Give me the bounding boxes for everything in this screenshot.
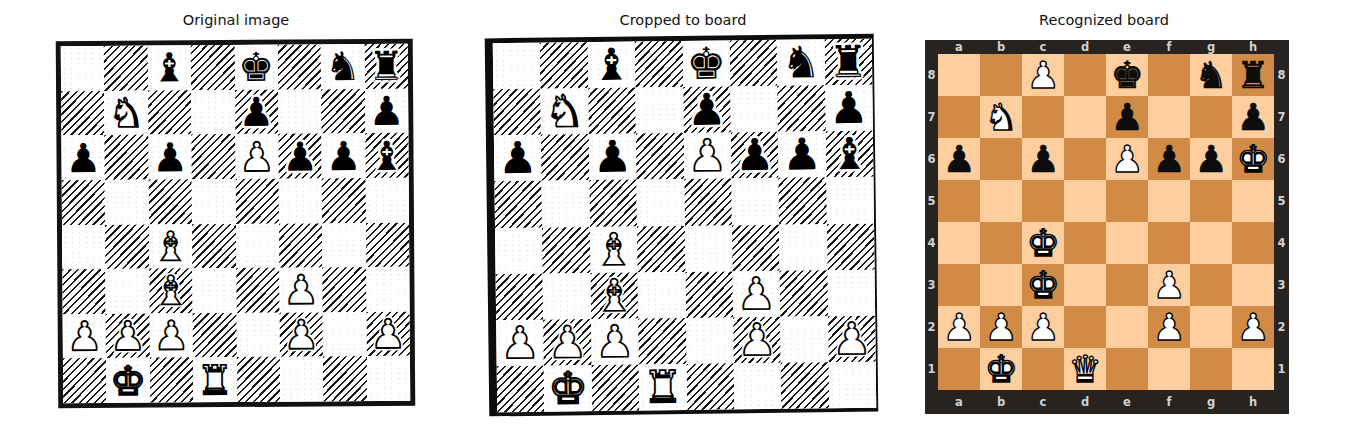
square-f5 — [279, 178, 323, 223]
square-f2: ♟ — [733, 317, 781, 364]
square-d2 — [193, 313, 237, 358]
file-label-h: h — [1232, 390, 1274, 414]
square-g3 — [780, 270, 828, 317]
square-g7 — [1190, 96, 1232, 138]
square-a3 — [938, 264, 980, 306]
square-b2: ♟ — [980, 306, 1022, 348]
square-a2: ♟ — [938, 306, 980, 348]
square-a6: ♟ — [61, 135, 105, 180]
square-h6: ♚ — [1232, 138, 1274, 180]
square-d1: ♜ — [639, 364, 687, 411]
white-rook-d1: ♜ — [197, 360, 233, 400]
square-h5 — [365, 178, 409, 223]
black-knight-g8: ♞ — [325, 46, 361, 86]
square-b4 — [980, 222, 1022, 264]
square-a1 — [63, 358, 107, 403]
square-g3 — [323, 267, 367, 312]
rank-label-5: 5 — [925, 180, 938, 222]
square-h2: ♟ — [1232, 306, 1274, 348]
file-label-a: a — [938, 390, 980, 414]
rank-label-1: 1 — [1274, 348, 1289, 390]
square-d5 — [637, 179, 685, 226]
square-e4 — [685, 225, 733, 272]
black-bishop-c8: ♝ — [151, 48, 187, 88]
square-d5 — [192, 179, 236, 224]
square-f6: ♟ — [278, 134, 322, 179]
square-f5 — [731, 178, 779, 225]
square-g2 — [1190, 306, 1232, 348]
square-a2: ♟ — [63, 314, 107, 359]
black-king-e8: ♚ — [686, 42, 726, 86]
figure-canvas: Original image Cropped to board Recogniz… — [0, 0, 1350, 440]
square-c3: ♝ — [590, 272, 638, 319]
square-a8 — [938, 54, 980, 96]
white-king-b1: ♚ — [548, 366, 588, 410]
square-b5 — [980, 180, 1022, 222]
white-pawn-a2: ♟ — [66, 316, 102, 356]
square-f5 — [1148, 180, 1190, 222]
square-a2: ♟ — [496, 319, 544, 366]
square-b7: ♞ — [541, 88, 589, 135]
white-pawn-c2: ♟ — [595, 319, 635, 363]
square-f8 — [1148, 54, 1190, 96]
square-h3 — [366, 267, 410, 312]
square-d6 — [636, 133, 684, 180]
square-c4: ♚ — [1022, 222, 1064, 264]
black-pawn-c6: ♟ — [593, 135, 633, 179]
cropped-scan-board: ♝♚♞♜♞♟♟♟♟♟♟♟♝♝♝♟♟♟♟♟♟♚♜ — [485, 34, 879, 417]
square-g4 — [322, 223, 366, 268]
square-g5 — [322, 178, 366, 223]
panel-title-recognized: Recognized board — [1039, 12, 1169, 28]
square-h7: ♟ — [365, 88, 409, 133]
black-bishop-c8: ♝ — [591, 43, 631, 87]
square-a8 — [61, 46, 105, 91]
square-f3: ♟ — [1148, 264, 1190, 306]
square-g8: ♞ — [777, 39, 825, 86]
square-f1 — [734, 363, 782, 410]
square-e3 — [236, 268, 280, 313]
white-pawn-e6: ♟ — [239, 136, 275, 176]
black-rook-h8: ♜ — [1236, 57, 1269, 94]
square-e7: ♟ — [1106, 96, 1148, 138]
black-pawn-a6: ♟ — [65, 137, 101, 177]
rank-label-4: 4 — [1274, 222, 1289, 264]
square-e6: ♟ — [235, 134, 279, 179]
square-e8: ♚ — [682, 40, 730, 87]
square-h1 — [1232, 348, 1274, 390]
square-h1 — [828, 362, 876, 409]
square-f1 — [1148, 348, 1190, 390]
square-h6: ♝ — [365, 133, 409, 178]
square-b6 — [105, 135, 149, 180]
black-pawn-g6: ♟ — [782, 133, 822, 177]
rank-label-2: 2 — [925, 306, 938, 348]
square-h3 — [1232, 264, 1274, 306]
square-f3: ♟ — [732, 270, 780, 317]
square-d3 — [192, 268, 236, 313]
square-f6: ♟ — [1148, 138, 1190, 180]
white-rook-d1: ♜ — [643, 365, 683, 409]
square-h1 — [367, 356, 411, 401]
square-c2: ♟ — [1022, 306, 1064, 348]
square-g8: ♞ — [321, 44, 365, 89]
square-e5 — [1106, 180, 1148, 222]
square-c5 — [589, 180, 637, 227]
rank-label-7: 7 — [925, 96, 938, 138]
square-b8 — [540, 42, 588, 89]
square-f4 — [1148, 222, 1190, 264]
square-c1 — [1022, 348, 1064, 390]
black-knight-g8: ♞ — [781, 40, 821, 84]
square-a1 — [938, 348, 980, 390]
square-d7 — [1064, 96, 1106, 138]
square-d4 — [192, 224, 236, 269]
black-knight-g8: ♞ — [1194, 57, 1227, 94]
square-a5 — [938, 180, 980, 222]
square-f6: ♟ — [731, 132, 779, 179]
square-g3 — [1190, 264, 1232, 306]
black-bishop-h6: ♝ — [829, 132, 869, 176]
panel-title-original: Original image — [183, 12, 290, 28]
square-g6: ♟ — [1190, 138, 1232, 180]
square-h8: ♜ — [364, 44, 408, 89]
square-d2 — [1064, 306, 1106, 348]
square-e6: ♟ — [683, 133, 731, 180]
square-e1 — [686, 363, 734, 410]
square-c2: ♟ — [591, 318, 639, 365]
white-bishop-c3: ♝ — [594, 273, 634, 317]
square-d1: ♜ — [193, 357, 237, 402]
square-h8: ♜ — [1232, 54, 1274, 96]
file-label-h: h — [1232, 40, 1274, 54]
square-g8: ♞ — [1190, 54, 1232, 96]
square-a4 — [495, 227, 543, 274]
black-pawn-a6: ♟ — [498, 136, 538, 180]
square-g5 — [779, 178, 827, 225]
white-pawn-b2: ♟ — [110, 316, 146, 356]
square-a7 — [938, 96, 980, 138]
rank-label-6: 6 — [925, 138, 938, 180]
square-b6 — [980, 138, 1022, 180]
square-d8 — [635, 41, 683, 88]
square-d4 — [1064, 222, 1106, 264]
file-label-c: c — [1022, 40, 1064, 54]
white-pawn-b2: ♟ — [984, 309, 1017, 346]
white-pawn-e6: ♟ — [1110, 141, 1143, 178]
black-rook-h8: ♜ — [828, 40, 868, 84]
square-d3 — [1064, 264, 1106, 306]
square-g1 — [1190, 348, 1232, 390]
white-pawn-f2: ♟ — [737, 318, 777, 362]
square-f7 — [730, 86, 778, 133]
square-b4 — [105, 224, 149, 269]
square-d4 — [637, 225, 685, 272]
file-label-c: c — [1022, 390, 1064, 414]
panel-title-cropped: Cropped to board — [620, 12, 747, 28]
square-b3 — [543, 273, 591, 320]
black-pawn-f6: ♟ — [282, 136, 318, 176]
square-e5 — [235, 179, 279, 224]
square-h4 — [827, 223, 875, 270]
black-pawn-h7: ♟ — [1236, 99, 1269, 136]
rank-label-4: 4 — [925, 222, 938, 264]
square-d8 — [1064, 54, 1106, 96]
square-e6: ♟ — [1106, 138, 1148, 180]
square-d7 — [191, 90, 235, 135]
white-pawn-f2: ♟ — [283, 314, 319, 354]
square-f8 — [278, 44, 322, 89]
square-g4 — [779, 224, 827, 271]
square-a5 — [494, 181, 542, 228]
square-b5 — [542, 180, 590, 227]
white-pawn-c2: ♟ — [153, 315, 189, 355]
square-f4 — [279, 223, 323, 268]
square-h7: ♟ — [1232, 96, 1274, 138]
square-e4 — [236, 223, 280, 268]
square-a4 — [938, 222, 980, 264]
square-g7 — [321, 89, 365, 134]
white-king-c3: ♚ — [1026, 267, 1059, 304]
rank-labels-right: 87654321 — [1274, 54, 1289, 390]
rank-label-3: 3 — [1274, 264, 1289, 306]
file-label-b: b — [980, 40, 1022, 54]
square-b6 — [541, 134, 589, 181]
square-f1 — [280, 357, 324, 402]
square-b2: ♟ — [106, 313, 150, 358]
white-pawn-c8: ♟ — [1026, 57, 1059, 94]
square-e7: ♟ — [683, 87, 731, 134]
white-queen-d1: ♛ — [1068, 351, 1101, 388]
white-pawn-f2: ♟ — [1152, 309, 1185, 346]
square-f7 — [1148, 96, 1190, 138]
square-h2: ♟ — [828, 315, 876, 362]
black-pawn-c6: ♟ — [152, 137, 188, 177]
square-f7 — [278, 89, 322, 134]
black-king-e8: ♚ — [238, 47, 274, 87]
rank-label-3: 3 — [925, 264, 938, 306]
white-king-h6: ♚ — [1236, 141, 1269, 178]
square-g2 — [780, 316, 828, 363]
white-pawn-f3: ♟ — [736, 272, 776, 316]
square-b7: ♞ — [980, 96, 1022, 138]
square-h6: ♝ — [825, 131, 873, 178]
file-labels-top: abcdefgh — [938, 40, 1274, 54]
black-rook-h8: ♜ — [368, 46, 404, 86]
file-label-d: d — [1064, 40, 1106, 54]
square-h4 — [1232, 222, 1274, 264]
square-a3 — [62, 269, 106, 314]
file-label-a: a — [938, 40, 980, 54]
white-pawn-h2: ♟ — [370, 314, 406, 354]
square-a5 — [62, 180, 106, 225]
white-bishop-c3: ♝ — [153, 271, 189, 311]
white-pawn-a2: ♟ — [942, 309, 975, 346]
square-c1 — [591, 364, 639, 411]
square-c4: ♝ — [590, 226, 638, 273]
square-h2: ♟ — [366, 312, 410, 357]
square-e7: ♟ — [235, 89, 279, 134]
square-f2: ♟ — [1148, 306, 1190, 348]
square-c6: ♟ — [1022, 138, 1064, 180]
square-a1 — [497, 366, 545, 413]
black-bishop-h6: ♝ — [369, 135, 405, 175]
square-c8: ♝ — [148, 45, 192, 90]
rank-labels-left: 87654321 — [925, 54, 938, 390]
file-label-f: f — [1148, 390, 1190, 414]
square-h5 — [1232, 180, 1274, 222]
square-e5 — [684, 179, 732, 226]
rank-label-5: 5 — [1274, 180, 1289, 222]
square-e2 — [236, 312, 280, 357]
square-e2 — [686, 317, 734, 364]
rank-label-8: 8 — [1274, 54, 1289, 96]
black-pawn-e7: ♟ — [687, 88, 727, 132]
square-b4 — [542, 227, 590, 274]
square-g6: ♟ — [778, 131, 826, 178]
recognized-board-frame: abcdefgh abcdefgh 87654321 87654321 ♟♚♞♜… — [925, 40, 1289, 414]
rank-label-2: 2 — [1274, 306, 1289, 348]
black-pawn-f6: ♟ — [735, 133, 775, 177]
black-king-e8: ♚ — [1110, 57, 1143, 94]
square-d6 — [192, 134, 236, 179]
square-b1: ♚ — [980, 348, 1022, 390]
white-pawn-c2: ♟ — [1026, 309, 1059, 346]
square-h8: ♜ — [824, 39, 872, 86]
square-g1 — [781, 362, 829, 409]
file-label-g: g — [1190, 390, 1232, 414]
square-g2 — [323, 312, 367, 357]
square-c8: ♝ — [588, 42, 636, 89]
file-label-d: d — [1064, 390, 1106, 414]
white-bishop-c4: ♝ — [594, 227, 634, 271]
square-c6: ♟ — [589, 134, 637, 181]
white-pawn-e6: ♟ — [687, 134, 727, 178]
square-b2: ♟ — [544, 319, 592, 366]
square-a8 — [493, 43, 541, 90]
square-f8 — [730, 40, 778, 87]
black-pawn-g6: ♟ — [1194, 141, 1227, 178]
square-b1: ♚ — [106, 358, 150, 403]
square-b5 — [105, 179, 149, 224]
white-knight-b7: ♞ — [545, 89, 585, 133]
square-c5 — [148, 179, 192, 224]
white-bishop-c4: ♝ — [153, 226, 189, 266]
square-h5 — [826, 177, 874, 224]
square-a7 — [493, 89, 541, 136]
square-c5 — [1022, 180, 1064, 222]
square-b3 — [980, 264, 1022, 306]
black-pawn-h7: ♟ — [829, 86, 869, 130]
black-pawn-h7: ♟ — [368, 91, 404, 131]
white-pawn-h2: ♟ — [1236, 309, 1269, 346]
square-f2: ♟ — [279, 312, 323, 357]
square-h7: ♟ — [825, 85, 873, 132]
square-e1 — [1106, 348, 1148, 390]
square-a3 — [496, 273, 544, 320]
square-d5 — [1064, 180, 1106, 222]
rank-label-8: 8 — [925, 54, 938, 96]
square-e1 — [236, 357, 280, 402]
square-b8 — [104, 46, 148, 91]
white-pawn-f3: ♟ — [283, 270, 319, 310]
square-b7: ♞ — [104, 90, 148, 135]
square-g6: ♟ — [322, 133, 366, 178]
rank-label-1: 1 — [925, 348, 938, 390]
black-pawn-g6: ♟ — [325, 136, 361, 176]
square-e3 — [685, 271, 733, 318]
square-c3: ♝ — [149, 268, 193, 313]
square-g4 — [1190, 222, 1232, 264]
square-c7 — [588, 88, 636, 135]
white-pawn-h2: ♟ — [832, 317, 872, 361]
white-king-b1: ♚ — [110, 360, 146, 400]
square-e3 — [1106, 264, 1148, 306]
white-pawn-f3: ♟ — [1152, 267, 1185, 304]
black-pawn-e7: ♟ — [238, 92, 274, 132]
square-d1: ♛ — [1064, 348, 1106, 390]
square-d7 — [635, 87, 683, 134]
white-knight-b7: ♞ — [984, 99, 1017, 136]
rank-label-7: 7 — [1274, 96, 1289, 138]
square-c2: ♟ — [149, 313, 193, 358]
black-pawn-a6: ♟ — [942, 141, 975, 178]
square-b8 — [980, 54, 1022, 96]
black-pawn-e7: ♟ — [1110, 99, 1143, 136]
black-pawn-c6: ♟ — [1026, 141, 1059, 178]
square-e8: ♚ — [234, 45, 278, 90]
square-a4 — [62, 224, 106, 269]
square-a7 — [61, 91, 105, 136]
square-d6 — [1064, 138, 1106, 180]
square-c6: ♟ — [148, 135, 192, 180]
square-e8: ♚ — [1106, 54, 1148, 96]
square-e4 — [1106, 222, 1148, 264]
white-king-c4: ♚ — [1026, 225, 1059, 262]
square-g7 — [778, 85, 826, 132]
square-a6: ♟ — [494, 135, 542, 182]
square-e2 — [1106, 306, 1148, 348]
file-label-e: e — [1106, 40, 1148, 54]
square-g1 — [323, 356, 367, 401]
square-a6: ♟ — [938, 138, 980, 180]
file-label-b: b — [980, 390, 1022, 414]
white-knight-b7: ♞ — [108, 93, 144, 133]
square-b3 — [106, 269, 150, 314]
square-c8: ♟ — [1022, 54, 1064, 96]
file-label-e: e — [1106, 390, 1148, 414]
square-c4: ♝ — [149, 224, 193, 269]
file-label-g: g — [1190, 40, 1232, 54]
file-label-f: f — [1148, 40, 1190, 54]
square-f3: ♟ — [279, 268, 323, 313]
square-h4 — [366, 222, 410, 267]
square-d3 — [638, 272, 686, 319]
square-c3: ♚ — [1022, 264, 1064, 306]
recognized-board: ♟♚♞♜♞♟♟♟♟♟♟♟♚♚♚♟♟♟♟♟♟♚♛ — [938, 54, 1274, 390]
white-king-b1: ♚ — [984, 351, 1017, 388]
original-scan-board: ♝♚♞♜♞♟♟♟♟♟♟♟♝♝♝♟♟♟♟♟♟♚♜ — [56, 39, 416, 408]
square-d8 — [191, 45, 235, 90]
white-pawn-a2: ♟ — [500, 321, 540, 365]
square-c7 — [148, 90, 192, 135]
square-c1 — [150, 358, 194, 403]
white-pawn-b2: ♟ — [547, 320, 587, 364]
rank-label-6: 6 — [1274, 138, 1289, 180]
square-h3 — [827, 269, 875, 316]
square-f4 — [732, 224, 780, 271]
black-pawn-f6: ♟ — [1152, 141, 1185, 178]
